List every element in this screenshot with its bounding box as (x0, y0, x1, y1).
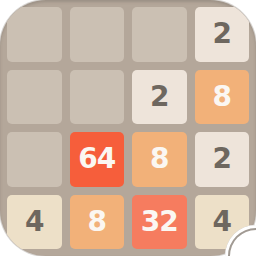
tile-8: 8 (70, 195, 125, 250)
board-grid[interactable]: 228648248324 (0, 0, 256, 256)
tile-4: 4 (7, 195, 62, 250)
empty-cell (7, 70, 62, 125)
tile-32: 32 (132, 195, 187, 250)
tile-8: 8 (132, 132, 187, 187)
tile-2: 2 (195, 132, 250, 187)
empty-cell (70, 7, 125, 62)
tile-8: 8 (195, 70, 250, 125)
empty-cell (70, 70, 125, 125)
empty-cell (132, 7, 187, 62)
tile-64: 64 (70, 132, 125, 187)
empty-cell (7, 132, 62, 187)
game-icon-container: 228648248324 (0, 0, 256, 256)
empty-cell (7, 7, 62, 62)
tile-2: 2 (132, 70, 187, 125)
tile-2: 2 (195, 7, 250, 62)
